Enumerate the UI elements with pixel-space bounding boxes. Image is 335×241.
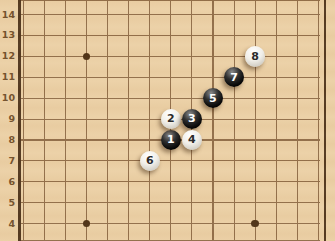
board-frame-left <box>18 0 20 241</box>
row-label-14: 14 <box>0 10 15 20</box>
stone-move-1-black: 1 <box>161 130 182 151</box>
grid-line-vertical-col-6 <box>128 0 129 241</box>
grid-line-vertical-col-14 <box>297 0 298 241</box>
row-label-9: 9 <box>0 114 15 124</box>
row-label-7: 7 <box>0 156 15 166</box>
stone-move-6-white: 6 <box>140 151 161 172</box>
stone-number: 8 <box>251 51 259 62</box>
row-label-8: 8 <box>0 135 15 145</box>
row-label-13: 13 <box>0 30 15 40</box>
row-label-10: 10 <box>0 93 15 103</box>
stone-number: 3 <box>188 113 196 124</box>
stone-number: 4 <box>188 134 196 145</box>
stone-number: 5 <box>209 93 217 104</box>
row-label-4: 4 <box>0 219 15 229</box>
gomoku-board: 141312111098765412345678 <box>0 0 335 241</box>
stone-number: 6 <box>146 155 154 166</box>
stone-number: 2 <box>167 113 175 124</box>
grid-line-vertical-col-13 <box>276 0 277 241</box>
grid-line-vertical-col-11 <box>234 0 235 241</box>
row-label-6: 6 <box>0 177 15 187</box>
stone-number: 7 <box>230 72 238 83</box>
grid-line-vertical-col-4 <box>86 0 87 241</box>
star-point-12-4 <box>251 220 259 228</box>
grid-line-vertical-col-7 <box>149 0 150 241</box>
row-label-12: 12 <box>0 51 15 61</box>
grid-line-vertical-col-15 <box>318 0 319 241</box>
grid-line-vertical-col-10 <box>212 0 213 241</box>
grid-line-vertical-col-1 <box>23 0 24 241</box>
grid-line-vertical-col-3 <box>65 0 66 241</box>
grid-line-vertical-col-12 <box>255 0 256 241</box>
row-label-11: 11 <box>0 72 15 82</box>
grid-line-vertical-col-2 <box>44 0 45 241</box>
grid-line-vertical-col-5 <box>107 0 108 241</box>
board-frame-right <box>324 0 326 241</box>
stone-move-8-white: 8 <box>245 46 266 67</box>
stone-number: 1 <box>167 134 175 145</box>
row-label-5: 5 <box>0 198 15 208</box>
